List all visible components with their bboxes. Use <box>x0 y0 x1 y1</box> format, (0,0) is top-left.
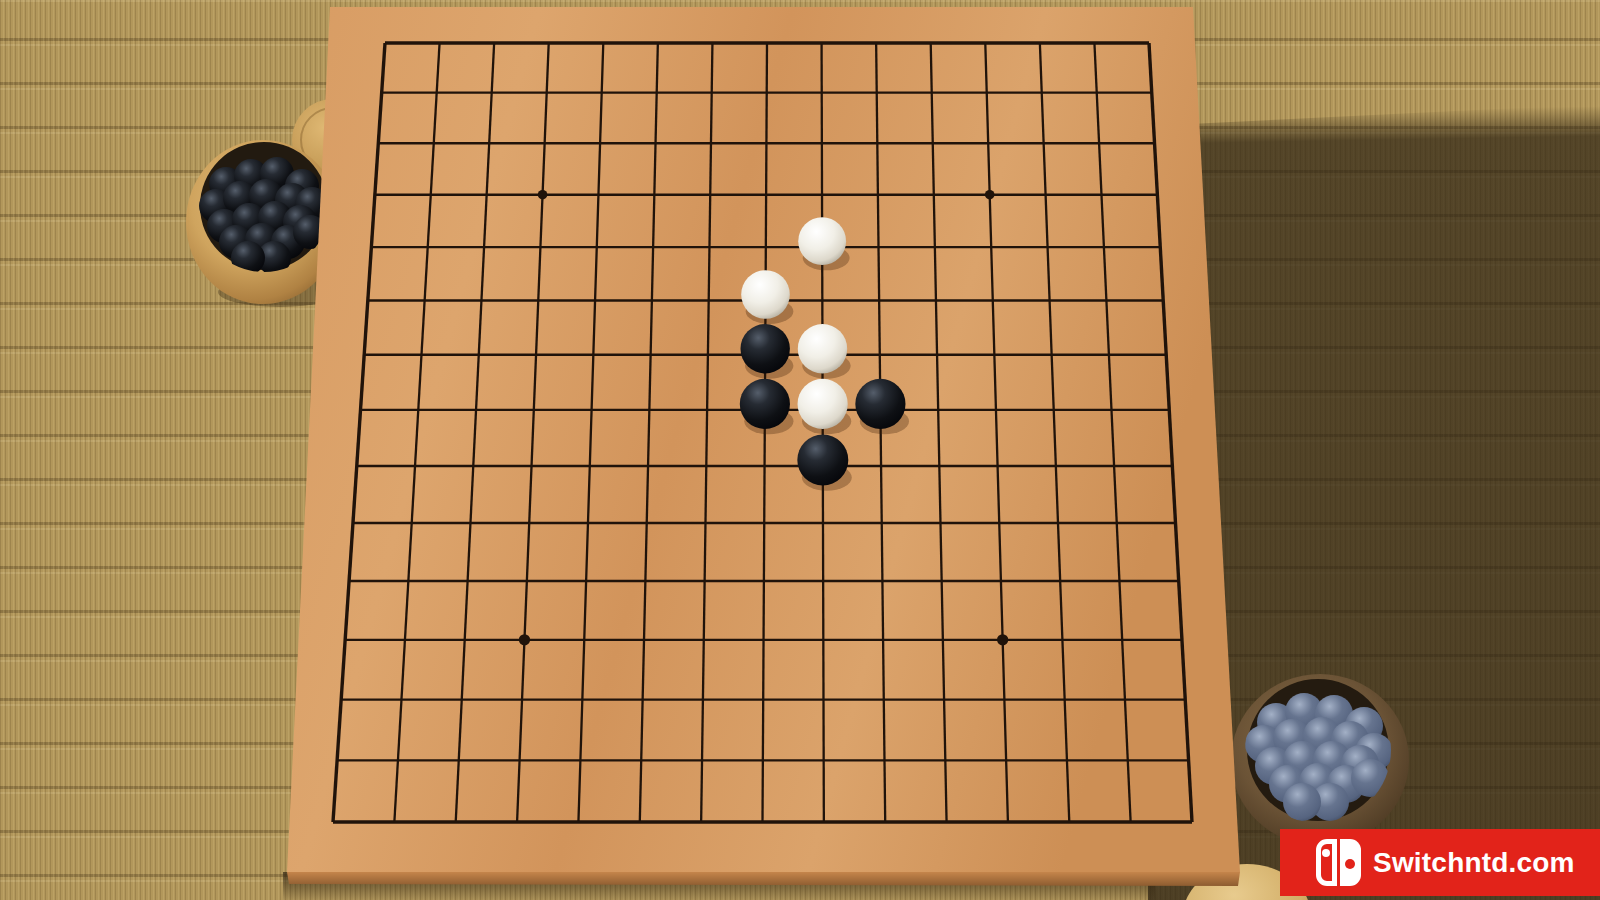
gomoku-board[interactable] <box>287 7 1240 886</box>
stone-white <box>798 379 848 429</box>
joycon-left-icon <box>1316 839 1337 886</box>
goban-scene <box>0 0 1600 900</box>
tatami-background: Switchntd.com <box>0 0 1600 900</box>
joycon-right-icon <box>1340 839 1361 886</box>
nintendo-switch-logo-icon <box>1316 839 1361 886</box>
stone-black <box>855 379 905 429</box>
white-stone-bowl <box>1231 674 1409 846</box>
star-point <box>538 190 548 200</box>
star-point <box>985 190 995 200</box>
stone-white <box>798 324 847 373</box>
board-front-edge <box>287 872 1240 886</box>
watermark-banner: Switchntd.com <box>1280 829 1600 896</box>
stone-black <box>797 435 848 486</box>
bowl-stone-white <box>1283 783 1321 821</box>
stone-black <box>740 379 790 429</box>
watermark-text: Switchntd.com <box>1373 847 1575 879</box>
stone-white <box>798 217 846 265</box>
star-point <box>997 634 1008 645</box>
stone-white <box>741 270 790 319</box>
stone-black <box>740 324 789 373</box>
star-point <box>519 634 530 645</box>
